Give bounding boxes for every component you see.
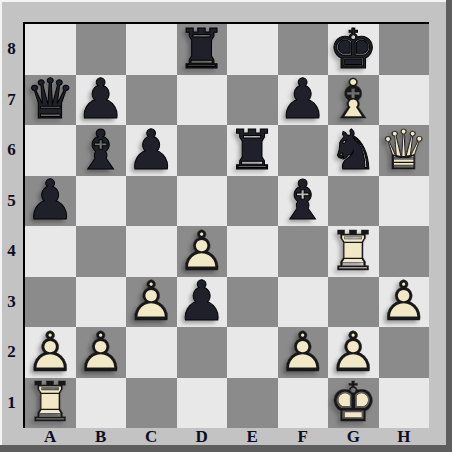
- white-pawn: ♟♙: [328, 327, 379, 378]
- square-c5[interactable]: [126, 176, 177, 227]
- rank-label-3: 3: [0, 277, 23, 328]
- black-pawn: ♟: [76, 75, 127, 126]
- square-g1[interactable]: ♚♔: [328, 378, 379, 429]
- square-f7[interactable]: ♟: [278, 75, 329, 126]
- square-e4[interactable]: [227, 226, 278, 277]
- square-d2[interactable]: [177, 327, 228, 378]
- square-c8[interactable]: [126, 24, 177, 75]
- square-b2[interactable]: ♟♙: [76, 327, 127, 378]
- piece-glyph-fill: ♟: [278, 75, 329, 126]
- rank-labels: 87654321: [0, 24, 23, 428]
- square-g3[interactable]: [328, 277, 379, 328]
- black-knight: ♞: [328, 125, 379, 176]
- rank-label-4: 4: [0, 226, 23, 277]
- chess-board: ♜♚♛♟♟♝♗♝♟♜♞♛♕♟♝♟♙♜♖♟♙♟♟♙♟♙♟♙♟♙♟♙♜♖♚♔: [23, 22, 429, 428]
- piece-glyph-fill: ♚: [328, 378, 379, 429]
- square-g5[interactable]: [328, 176, 379, 227]
- square-d6[interactable]: [177, 125, 228, 176]
- file-label-c: C: [126, 427, 177, 447]
- square-d3[interactable]: ♟: [177, 277, 228, 328]
- rank-label-6: 6: [0, 125, 23, 176]
- black-pawn: ♟: [25, 176, 76, 227]
- square-e6[interactable]: ♜: [227, 125, 278, 176]
- square-f2[interactable]: ♟♙: [278, 327, 329, 378]
- white-pawn: ♟♙: [379, 277, 430, 328]
- square-b6[interactable]: ♝: [76, 125, 127, 176]
- square-g4[interactable]: ♜♖: [328, 226, 379, 277]
- black-king: ♚: [328, 24, 379, 75]
- piece-glyph-fill: ♚: [328, 24, 379, 75]
- square-d4[interactable]: ♟♙: [177, 226, 228, 277]
- white-queen: ♛♕: [379, 125, 430, 176]
- piece-glyph-fill: ♟: [278, 327, 329, 378]
- piece-glyph-outline: ♙: [379, 277, 430, 328]
- square-e1[interactable]: [227, 378, 278, 429]
- square-a5[interactable]: ♟: [25, 176, 76, 227]
- piece-glyph-outline: ♙: [177, 226, 228, 277]
- piece-glyph-fill: ♟: [379, 277, 430, 328]
- square-a8[interactable]: [25, 24, 76, 75]
- square-f8[interactable]: [278, 24, 329, 75]
- square-c2[interactable]: [126, 327, 177, 378]
- square-a2[interactable]: ♟♙: [25, 327, 76, 378]
- square-a7[interactable]: ♛: [25, 75, 76, 126]
- square-c4[interactable]: [126, 226, 177, 277]
- piece-glyph-outline: ♙: [126, 277, 177, 328]
- piece-glyph-fill: ♟: [25, 327, 76, 378]
- white-pawn: ♟♙: [25, 327, 76, 378]
- white-pawn: ♟♙: [177, 226, 228, 277]
- square-a4[interactable]: [25, 226, 76, 277]
- square-h7[interactable]: [379, 75, 430, 126]
- square-d7[interactable]: [177, 75, 228, 126]
- file-label-h: H: [379, 427, 430, 447]
- piece-glyph-fill: ♜: [328, 226, 379, 277]
- rank-label-7: 7: [0, 75, 23, 126]
- square-g8[interactable]: ♚: [328, 24, 379, 75]
- square-a1[interactable]: ♜♖: [25, 378, 76, 429]
- square-b3[interactable]: [76, 277, 127, 328]
- rank-label-1: 1: [0, 378, 23, 429]
- square-f1[interactable]: [278, 378, 329, 429]
- square-f5[interactable]: ♝: [278, 176, 329, 227]
- file-label-f: F: [278, 427, 329, 447]
- square-b8[interactable]: [76, 24, 127, 75]
- white-pawn: ♟♙: [76, 327, 127, 378]
- black-bishop: ♝: [278, 176, 329, 227]
- square-b4[interactable]: [76, 226, 127, 277]
- piece-glyph-outline: ♕: [379, 125, 430, 176]
- rank-label-2: 2: [0, 327, 23, 378]
- black-rook: ♜: [177, 24, 228, 75]
- square-a3[interactable]: [25, 277, 76, 328]
- piece-glyph-fill: ♝: [278, 176, 329, 227]
- square-e2[interactable]: [227, 327, 278, 378]
- piece-glyph-fill: ♟: [126, 125, 177, 176]
- file-label-g: G: [328, 427, 379, 447]
- white-rook: ♜♖: [25, 378, 76, 429]
- piece-glyph-outline: ♙: [76, 327, 127, 378]
- piece-glyph-fill: ♟: [76, 75, 127, 126]
- file-label-a: A: [25, 427, 76, 447]
- black-pawn: ♟: [177, 277, 228, 328]
- square-e7[interactable]: [227, 75, 278, 126]
- white-king: ♚♔: [328, 378, 379, 429]
- file-labels: ABCDEFGH: [25, 427, 429, 446]
- square-c7[interactable]: [126, 75, 177, 126]
- black-bishop: ♝: [76, 125, 127, 176]
- piece-glyph-fill: ♝: [328, 75, 379, 126]
- file-label-b: B: [76, 427, 127, 447]
- piece-glyph-outline: ♗: [328, 75, 379, 126]
- square-a6[interactable]: [25, 125, 76, 176]
- square-f3[interactable]: [278, 277, 329, 328]
- piece-glyph-fill: ♜: [227, 125, 278, 176]
- square-f6[interactable]: [278, 125, 329, 176]
- file-label-e: E: [227, 427, 278, 447]
- square-h8[interactable]: [379, 24, 430, 75]
- square-c6[interactable]: ♟: [126, 125, 177, 176]
- white-pawn: ♟♙: [278, 327, 329, 378]
- square-d1[interactable]: [177, 378, 228, 429]
- black-pawn: ♟: [126, 125, 177, 176]
- square-g6[interactable]: ♞: [328, 125, 379, 176]
- piece-glyph-fill: ♞: [328, 125, 379, 176]
- piece-glyph-fill: ♝: [76, 125, 127, 176]
- black-pawn: ♟: [278, 75, 329, 126]
- piece-glyph-outline: ♙: [328, 327, 379, 378]
- white-bishop: ♝♗: [328, 75, 379, 126]
- piece-glyph-fill: ♟: [126, 277, 177, 328]
- piece-glyph-outline: ♔: [328, 378, 379, 429]
- piece-glyph-fill: ♟: [328, 327, 379, 378]
- square-b5[interactable]: [76, 176, 127, 227]
- piece-glyph-fill: ♜: [177, 24, 228, 75]
- square-h2[interactable]: [379, 327, 430, 378]
- piece-glyph-fill: ♟: [177, 226, 228, 277]
- rank-label-5: 5: [0, 176, 23, 227]
- square-e3[interactable]: [227, 277, 278, 328]
- square-b7[interactable]: ♟: [76, 75, 127, 126]
- chess-board-panel: 87654321 ♜♚♛♟♟♝♗♝♟♜♞♛♕♟♝♟♙♜♖♟♙♟♟♙♟♙♟♙♟♙♟…: [0, 0, 452, 452]
- square-d8[interactable]: ♜: [177, 24, 228, 75]
- file-label-d: D: [177, 427, 228, 447]
- piece-glyph-outline: ♙: [25, 327, 76, 378]
- square-h6[interactable]: ♛♕: [379, 125, 430, 176]
- piece-glyph-fill: ♜: [25, 378, 76, 429]
- square-b1[interactable]: [76, 378, 127, 429]
- square-h1[interactable]: [379, 378, 430, 429]
- piece-glyph-fill: ♟: [76, 327, 127, 378]
- piece-glyph-fill: ♛: [379, 125, 430, 176]
- black-rook: ♜: [227, 125, 278, 176]
- piece-glyph-outline: ♙: [278, 327, 329, 378]
- white-pawn: ♟♙: [126, 277, 177, 328]
- piece-glyph-fill: ♟: [25, 176, 76, 227]
- square-h4[interactable]: [379, 226, 430, 277]
- piece-glyph-fill: ♛: [25, 75, 76, 126]
- square-d5[interactable]: [177, 176, 228, 227]
- white-rook: ♜♖: [328, 226, 379, 277]
- black-queen: ♛: [25, 75, 76, 126]
- square-h3[interactable]: ♟♙: [379, 277, 430, 328]
- square-f4[interactable]: [278, 226, 329, 277]
- square-e8[interactable]: [227, 24, 278, 75]
- square-h5[interactable]: [379, 176, 430, 227]
- square-g7[interactable]: ♝♗: [328, 75, 379, 126]
- square-c1[interactable]: [126, 378, 177, 429]
- square-g2[interactable]: ♟♙: [328, 327, 379, 378]
- piece-glyph-fill: ♟: [177, 277, 228, 328]
- square-c3[interactable]: ♟♙: [126, 277, 177, 328]
- piece-glyph-outline: ♖: [25, 378, 76, 429]
- piece-glyph-outline: ♖: [328, 226, 379, 277]
- square-e5[interactable]: [227, 176, 278, 227]
- rank-label-8: 8: [0, 24, 23, 75]
